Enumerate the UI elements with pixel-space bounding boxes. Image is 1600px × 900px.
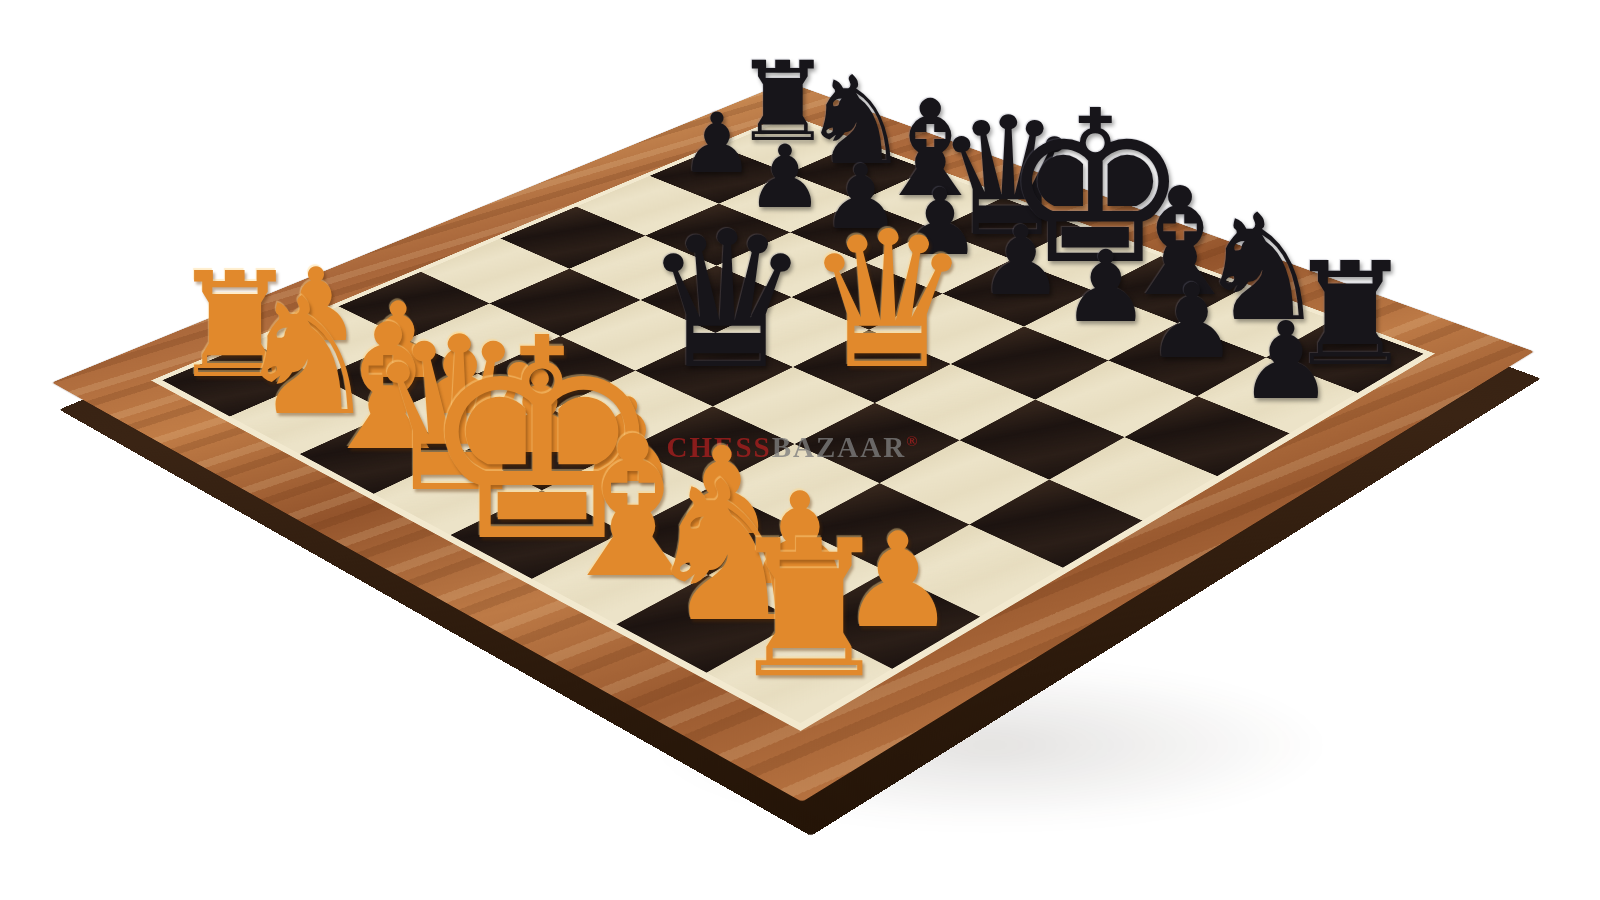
piece-black-pawn-g7[interactable]: ♟ xyxy=(1146,270,1238,373)
piece-black-queen-d4[interactable]: ♛ xyxy=(642,207,811,396)
piece-black-pawn-h7[interactable]: ♟ xyxy=(1238,308,1334,415)
piece-black-pawn-e7[interactable]: ♟ xyxy=(978,213,1064,309)
piece-white-rook-h1[interactable]: ♜ xyxy=(724,516,893,705)
product-photo-scene: ♜♞♝♛♚♝♞♜♟♟♟♟♟♟♟♟♛♛♜♞♝♛♚♝♞♜♟♟♟♟♟♟♟♟ CHESS… xyxy=(0,0,1600,900)
piece-black-pawn-a7[interactable]: ♟ xyxy=(680,102,754,185)
piece-white-queen-e5[interactable]: ♛ xyxy=(803,207,972,396)
registered-trademark-icon: ® xyxy=(906,433,919,449)
piece-black-pawn-f7[interactable]: ♟ xyxy=(1062,237,1151,336)
